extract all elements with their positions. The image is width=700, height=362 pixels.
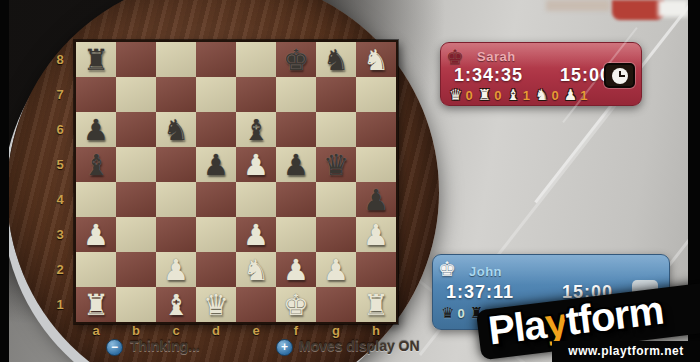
square-g8[interactable]: ♞ <box>316 42 356 77</box>
rank-label-4: 4 <box>50 182 70 217</box>
piece-black-queen: ♛ <box>323 149 349 182</box>
square-g1[interactable] <box>316 287 356 322</box>
square-d7[interactable] <box>196 77 236 112</box>
rank-labels: 87654321 <box>50 42 70 322</box>
captured-queen-count: 0 <box>465 88 472 103</box>
square-a8[interactable]: ♜ <box>76 42 116 77</box>
piece-black-pawn: ♟ <box>83 114 109 147</box>
square-c7[interactable] <box>156 77 196 112</box>
piece-white-knight: ♞ <box>363 44 389 77</box>
captured-knight-icon: ♞ <box>535 85 548 105</box>
square-a5[interactable]: ♝ <box>76 147 116 182</box>
time-elapsed: 1:37:11 <box>446 282 514 303</box>
square-b7[interactable] <box>116 77 156 112</box>
square-d3[interactable] <box>196 217 236 252</box>
square-c5[interactable] <box>156 147 196 182</box>
square-f1[interactable]: ♚ <box>276 287 316 322</box>
file-label-b: b <box>116 323 156 339</box>
piece-black-knight: ♞ <box>323 44 349 77</box>
square-a4[interactable] <box>76 182 116 217</box>
captured-pawn-icon: ♟ <box>564 85 577 105</box>
square-e4[interactable] <box>236 182 276 217</box>
square-b3[interactable] <box>116 217 156 252</box>
square-c1[interactable]: ♝ <box>156 287 196 322</box>
game-screen: 87654321 ♜♚♞♞♟♞♝♝♟♟♟♛♟♟♟♟♟♞♟♟♜♝♛♚♜ abcde… <box>0 0 700 362</box>
captured-queen-icon: ♛ <box>449 85 462 105</box>
square-e5[interactable]: ♟ <box>236 147 276 182</box>
square-b8[interactable] <box>116 42 156 77</box>
square-f5[interactable]: ♟ <box>276 147 316 182</box>
square-a2[interactable] <box>76 252 116 287</box>
file-label-a: a <box>76 323 116 339</box>
captured-rook-icon: ♜ <box>478 85 491 105</box>
square-e1[interactable] <box>236 287 276 322</box>
rank-label-5: 5 <box>50 147 70 182</box>
rank-label-6: 6 <box>50 112 70 147</box>
square-f2[interactable]: ♟ <box>276 252 316 287</box>
square-e6[interactable]: ♝ <box>236 112 276 147</box>
player-name: John <box>469 264 502 279</box>
square-g5[interactable]: ♛ <box>316 147 356 182</box>
square-g6[interactable] <box>316 112 356 147</box>
piece-white-bishop: ♝ <box>163 289 189 322</box>
square-h3[interactable]: ♟ <box>356 217 396 252</box>
square-g4[interactable] <box>316 182 356 217</box>
piece-white-pawn: ♟ <box>243 219 269 252</box>
player-name: Sarah <box>477 49 516 64</box>
piece-white-rook: ♜ <box>363 289 389 322</box>
square-a1[interactable]: ♜ <box>76 287 116 322</box>
square-h6[interactable] <box>356 112 396 147</box>
square-b2[interactable] <box>116 252 156 287</box>
square-e7[interactable] <box>236 77 276 112</box>
piece-black-pawn: ♟ <box>363 184 389 217</box>
captured-pawn-count: 1 <box>580 88 587 103</box>
piece-white-knight: ♞ <box>243 254 269 287</box>
piece-black-king: ♚ <box>283 44 309 77</box>
file-label-e: e <box>236 323 276 339</box>
watermark-url: www.playtform.net <box>552 341 700 362</box>
square-h2[interactable] <box>356 252 396 287</box>
square-f6[interactable] <box>276 112 316 147</box>
captured-knight-count: 0 <box>552 88 559 103</box>
player-panel-sarah: ♚ Sarah 1:34:35 15:00 ♛0♜0♝1♞0♟1 <box>440 42 642 106</box>
piece-white-queen: ♛ <box>203 289 229 322</box>
square-e8[interactable] <box>236 42 276 77</box>
square-g3[interactable] <box>316 217 356 252</box>
background-object <box>546 0 610 11</box>
piece-black-knight: ♞ <box>163 114 189 147</box>
square-c4[interactable] <box>156 182 196 217</box>
thinking-status: Thinking... <box>130 338 200 354</box>
square-h5[interactable] <box>356 147 396 182</box>
square-d4[interactable] <box>196 182 236 217</box>
rank-label-3: 3 <box>50 217 70 252</box>
file-label-f: f <box>276 323 316 339</box>
piece-white-rook: ♜ <box>83 289 109 322</box>
square-e3[interactable]: ♟ <box>236 217 276 252</box>
file-label-c: c <box>156 323 196 339</box>
square-d2[interactable] <box>196 252 236 287</box>
minus-button[interactable]: − <box>106 339 123 356</box>
moves-display-toggle-label: Moves display ON <box>299 338 420 354</box>
rank-label-8: 8 <box>50 42 70 77</box>
rank-label-7: 7 <box>50 77 70 112</box>
captured-bishop-icon: ♝ <box>506 85 519 105</box>
piece-white-pawn: ♟ <box>163 254 189 287</box>
square-c8[interactable] <box>156 42 196 77</box>
square-g2[interactable]: ♟ <box>316 252 356 287</box>
square-a3[interactable]: ♟ <box>76 217 116 252</box>
square-d1[interactable]: ♛ <box>196 287 236 322</box>
square-d8[interactable] <box>196 42 236 77</box>
square-b6[interactable] <box>116 112 156 147</box>
captured-bishop-count: 1 <box>523 88 530 103</box>
file-label-g: g <box>316 323 356 339</box>
background-object <box>612 0 664 20</box>
square-c2[interactable]: ♟ <box>156 252 196 287</box>
square-a7[interactable] <box>76 77 116 112</box>
square-c6[interactable]: ♞ <box>156 112 196 147</box>
piece-black-rook: ♜ <box>83 44 109 77</box>
rank-label-2: 2 <box>50 252 70 287</box>
square-b1[interactable] <box>116 287 156 322</box>
file-labels: abcdefgh <box>76 323 396 339</box>
piece-black-bishop: ♝ <box>83 149 109 182</box>
square-f4[interactable] <box>276 182 316 217</box>
captured-queen-icon: ♛ <box>441 303 454 323</box>
square-h1[interactable]: ♜ <box>356 287 396 322</box>
square-a6[interactable]: ♟ <box>76 112 116 147</box>
square-d6[interactable] <box>196 112 236 147</box>
square-g7[interactable] <box>316 77 356 112</box>
piece-white-pawn: ♟ <box>283 254 309 287</box>
screen-bezel-left <box>0 0 9 362</box>
square-h7[interactable] <box>356 77 396 112</box>
piece-white-king: ♚ <box>283 289 309 322</box>
piece-white-pawn: ♟ <box>243 149 269 182</box>
square-f8[interactable]: ♚ <box>276 42 316 77</box>
square-b5[interactable] <box>116 147 156 182</box>
file-label-h: h <box>356 323 396 339</box>
square-f7[interactable] <box>276 77 316 112</box>
time-elapsed: 1:34:35 <box>454 65 523 86</box>
piece-black-pawn: ♟ <box>283 149 309 182</box>
chess-board: ♜♚♞♞♟♞♝♝♟♟♟♛♟♟♟♟♟♞♟♟♜♝♛♚♜ <box>74 40 398 324</box>
piece-black-pawn: ♟ <box>203 149 229 182</box>
square-h8[interactable]: ♞ <box>356 42 396 77</box>
square-d5[interactable]: ♟ <box>196 147 236 182</box>
piece-black-bishop: ♝ <box>243 114 269 147</box>
square-f3[interactable] <box>276 217 316 252</box>
square-e2[interactable]: ♞ <box>236 252 276 287</box>
captured-queen-count: 0 <box>457 306 464 321</box>
square-b4[interactable] <box>116 182 156 217</box>
piece-white-pawn: ♟ <box>83 219 109 252</box>
captured-rook-count: 0 <box>494 88 501 103</box>
piece-white-pawn: ♟ <box>363 219 389 252</box>
plus-button[interactable]: + <box>276 339 293 356</box>
active-clock-icon <box>604 63 635 88</box>
rank-label-1: 1 <box>50 287 70 322</box>
file-label-d: d <box>196 323 236 339</box>
background-object <box>658 0 688 17</box>
captured-pieces-row: ♛0♜0♝1♞0♟1 <box>449 85 592 105</box>
player-crest-icon: ♚ <box>438 257 456 281</box>
piece-white-pawn: ♟ <box>323 254 349 287</box>
square-h4[interactable]: ♟ <box>356 182 396 217</box>
square-c3[interactable] <box>156 217 196 252</box>
